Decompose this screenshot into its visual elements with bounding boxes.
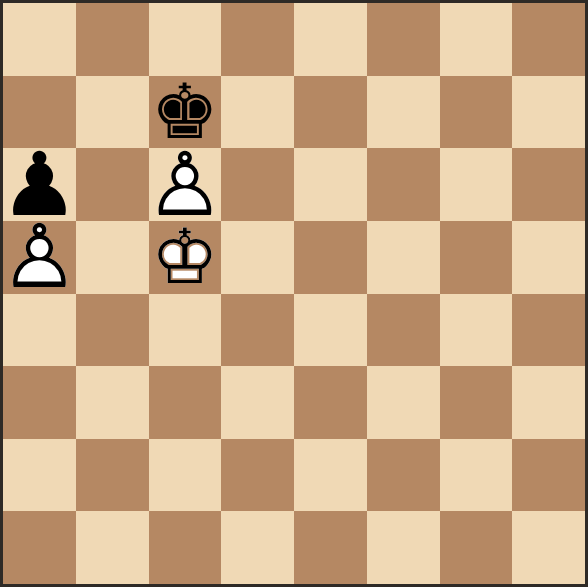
- square-e1[interactable]: [294, 511, 367, 584]
- square-e4[interactable]: [294, 294, 367, 367]
- white-king-outline-glyph: ♔: [149, 221, 222, 294]
- square-c7[interactable]: ♚: [149, 76, 222, 149]
- white-pawn-fill-glyph: ♟: [3, 221, 76, 294]
- square-h6[interactable]: [512, 148, 585, 221]
- square-e5[interactable]: [294, 221, 367, 294]
- white-pawn[interactable]: ♟♙: [149, 148, 222, 221]
- square-d7[interactable]: [221, 76, 294, 149]
- square-a3[interactable]: [3, 366, 76, 439]
- square-d6[interactable]: [221, 148, 294, 221]
- square-c2[interactable]: [149, 439, 222, 512]
- square-b8[interactable]: [76, 3, 149, 76]
- white-king-fill-glyph: ♚: [149, 221, 222, 294]
- square-a7[interactable]: [3, 76, 76, 149]
- square-f3[interactable]: [367, 366, 440, 439]
- square-c6[interactable]: ♟♙: [149, 148, 222, 221]
- square-e8[interactable]: [294, 3, 367, 76]
- square-c4[interactable]: [149, 294, 222, 367]
- square-h4[interactable]: [512, 294, 585, 367]
- chess-board: ♚♟♟♙♟♙♚♔: [3, 3, 585, 584]
- square-e7[interactable]: [294, 76, 367, 149]
- square-g3[interactable]: [440, 366, 513, 439]
- square-c3[interactable]: [149, 366, 222, 439]
- square-c8[interactable]: [149, 3, 222, 76]
- square-a6[interactable]: ♟: [3, 148, 76, 221]
- square-h3[interactable]: [512, 366, 585, 439]
- square-g1[interactable]: [440, 511, 513, 584]
- square-a4[interactable]: [3, 294, 76, 367]
- square-b3[interactable]: [76, 366, 149, 439]
- square-f6[interactable]: [367, 148, 440, 221]
- board-frame: ♚♟♟♙♟♙♚♔: [0, 0, 588, 587]
- square-f5[interactable]: [367, 221, 440, 294]
- white-king[interactable]: ♚♔: [149, 221, 222, 294]
- square-b5[interactable]: [76, 221, 149, 294]
- black-king-glyph: ♚: [149, 76, 222, 149]
- square-g4[interactable]: [440, 294, 513, 367]
- square-a2[interactable]: [3, 439, 76, 512]
- square-e2[interactable]: [294, 439, 367, 512]
- square-g6[interactable]: [440, 148, 513, 221]
- white-pawn-outline-glyph: ♙: [149, 148, 222, 221]
- square-f8[interactable]: [367, 3, 440, 76]
- square-d5[interactable]: [221, 221, 294, 294]
- black-pawn[interactable]: ♟: [3, 148, 76, 221]
- square-h8[interactable]: [512, 3, 585, 76]
- square-d2[interactable]: [221, 439, 294, 512]
- square-e6[interactable]: [294, 148, 367, 221]
- square-f2[interactable]: [367, 439, 440, 512]
- square-b4[interactable]: [76, 294, 149, 367]
- square-h1[interactable]: [512, 511, 585, 584]
- square-d4[interactable]: [221, 294, 294, 367]
- square-d3[interactable]: [221, 366, 294, 439]
- black-king[interactable]: ♚: [149, 76, 222, 149]
- square-b6[interactable]: [76, 148, 149, 221]
- square-d1[interactable]: [221, 511, 294, 584]
- square-g7[interactable]: [440, 76, 513, 149]
- white-pawn[interactable]: ♟♙: [3, 221, 76, 294]
- square-c1[interactable]: [149, 511, 222, 584]
- square-h7[interactable]: [512, 76, 585, 149]
- square-a8[interactable]: [3, 3, 76, 76]
- square-f7[interactable]: [367, 76, 440, 149]
- white-pawn-outline-glyph: ♙: [3, 221, 76, 294]
- square-f1[interactable]: [367, 511, 440, 584]
- square-f4[interactable]: [367, 294, 440, 367]
- black-pawn-glyph: ♟: [3, 148, 76, 221]
- square-h5[interactable]: [512, 221, 585, 294]
- white-pawn-fill-glyph: ♟: [149, 148, 222, 221]
- square-c5[interactable]: ♚♔: [149, 221, 222, 294]
- square-g2[interactable]: [440, 439, 513, 512]
- square-e3[interactable]: [294, 366, 367, 439]
- square-b2[interactable]: [76, 439, 149, 512]
- square-a1[interactable]: [3, 511, 76, 584]
- square-g5[interactable]: [440, 221, 513, 294]
- square-b1[interactable]: [76, 511, 149, 584]
- square-a5[interactable]: ♟♙: [3, 221, 76, 294]
- square-d8[interactable]: [221, 3, 294, 76]
- square-g8[interactable]: [440, 3, 513, 76]
- square-h2[interactable]: [512, 439, 585, 512]
- square-b7[interactable]: [76, 76, 149, 149]
